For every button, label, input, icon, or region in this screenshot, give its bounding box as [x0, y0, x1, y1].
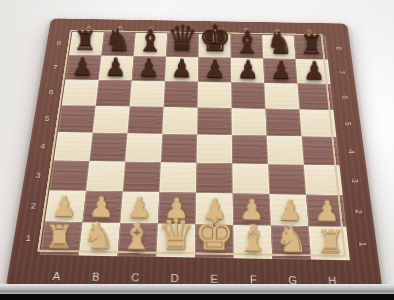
square-f6[interactable] [231, 82, 265, 108]
square-b6[interactable] [96, 80, 132, 106]
table-edge [0, 284, 394, 294]
coord-rank-6-left: 6 [36, 79, 65, 105]
square-c6[interactable] [130, 81, 165, 107]
board-scene: ABCDEFGH8♜♞♝♛♚♝♞♜87♟♟♟♟♟♟♟♟7665544332♟♟♟… [28, 0, 366, 300]
piece-black-rook-h8[interactable]: ♜ [283, 31, 342, 59]
square-h6[interactable] [297, 84, 333, 110]
square-d3[interactable] [159, 162, 196, 193]
square-d4[interactable] [161, 134, 197, 163]
square-b5[interactable] [93, 106, 130, 134]
square-e3[interactable] [196, 163, 233, 194]
coord-rank-4-right: 4 [336, 137, 366, 166]
square-b4[interactable] [89, 133, 127, 162]
square-h3[interactable] [304, 165, 343, 196]
square-e6[interactable] [198, 82, 232, 108]
square-g4[interactable] [267, 136, 304, 165]
coord-rank-label: 4 [40, 142, 46, 150]
coord-rank-6-right: 6 [331, 84, 359, 110]
square-a4[interactable] [54, 132, 93, 161]
coord-rank-label: 3 [35, 171, 41, 180]
square-c3[interactable] [123, 162, 161, 192]
coord-rank-label: 6 [339, 95, 349, 99]
square-c4[interactable] [125, 133, 162, 162]
square-a6[interactable] [62, 79, 99, 105]
square-h4[interactable] [302, 136, 340, 165]
coord-rank-3-right: 3 [339, 165, 370, 195]
square-b3[interactable] [86, 161, 125, 191]
square-f5[interactable] [232, 108, 267, 136]
square-h7[interactable]: ♟ [296, 59, 331, 84]
coord-rank-5-left: 5 [32, 105, 62, 132]
square-a3[interactable] [49, 160, 89, 190]
coord-rank-label: 4 [346, 149, 357, 153]
square-h1[interactable]: ♜ [309, 226, 350, 260]
square-c5[interactable] [127, 106, 163, 134]
square-h5[interactable] [299, 109, 336, 137]
square-d5[interactable] [162, 107, 197, 135]
chess-board: ABCDEFGH8♜♞♝♛♚♝♞♜87♟♟♟♟♟♟♟♟7665544332♟♟♟… [6, 18, 384, 295]
coord-rank-5-right: 5 [333, 110, 362, 137]
square-g6[interactable] [264, 83, 299, 109]
photo-stage: ABCDEFGH8♜♞♝♛♚♝♞♜87♟♟♟♟♟♟♟♟7665544332♟♟♟… [0, 0, 394, 300]
piece-black-pawn-h7[interactable]: ♟ [284, 57, 344, 83]
coord-rank-label: 6 [48, 88, 54, 95]
square-e5[interactable] [197, 107, 232, 135]
square-d6[interactable] [164, 81, 198, 107]
square-f4[interactable] [232, 135, 268, 164]
coord-rank-label: 5 [343, 121, 353, 125]
square-a5[interactable] [58, 105, 96, 133]
square-g5[interactable] [265, 109, 301, 137]
piece-white-rook-h1[interactable]: ♜ [296, 225, 366, 258]
coord-rank-label: 5 [44, 114, 50, 122]
image-bottom-bar [0, 294, 394, 300]
square-e4[interactable] [197, 134, 233, 163]
square-f3[interactable] [232, 163, 269, 194]
square-g3[interactable] [268, 164, 306, 195]
coord-rank-label: 3 [349, 178, 360, 182]
